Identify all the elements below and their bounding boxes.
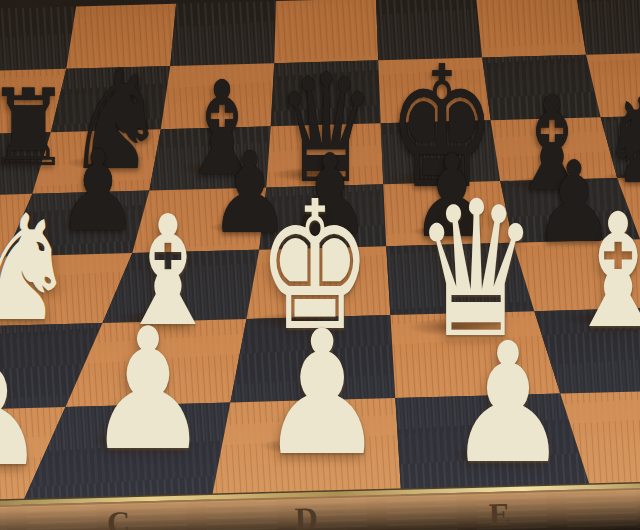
square-grain-e5 [381,120,501,184]
square-grain-d4 [258,184,387,249]
square-grain-b5 [31,129,163,193]
square-grain-f7 [476,0,586,58]
square-grain-e4 [383,181,513,246]
square-grain-b6 [49,66,172,132]
square-grain-d6 [269,60,381,126]
square-grain-e1 [395,393,591,495]
square-grain-f4 [500,177,640,243]
file-label-d: D [294,500,319,530]
chessboard-photo: C D E ♜♞♝♛♞♚♝♟♟♟♟♟♞♝♝♚♛♟♟♟♟ [0,0,640,530]
square-grain-e7 [376,0,482,60]
square-grain-a7 [0,7,78,72]
square-grain-c5 [148,126,273,190]
square-grain-d1 [209,398,402,500]
square-grain-e6 [378,57,490,123]
board-squares [0,0,640,513]
square-grain-c6 [159,63,276,129]
file-label-e: E [488,496,511,530]
square-grain-f3 [513,238,640,311]
square-grain-d2 [228,315,395,402]
chessboard: C D E [0,0,640,530]
square-grain-f6 [482,54,600,120]
square-grain-b7 [65,4,178,69]
square-grain-f5 [491,117,618,181]
square-grain-g7 [576,0,640,55]
square-grain-d5 [265,123,384,187]
square-grain-e3 [386,242,534,315]
square-grain-d3 [245,246,391,319]
square-grain-c4 [131,187,268,253]
square-grain-e2 [390,311,560,399]
square-grain-d7 [273,0,379,63]
file-label-c: C [106,504,131,530]
square-grain-c7 [169,1,278,66]
